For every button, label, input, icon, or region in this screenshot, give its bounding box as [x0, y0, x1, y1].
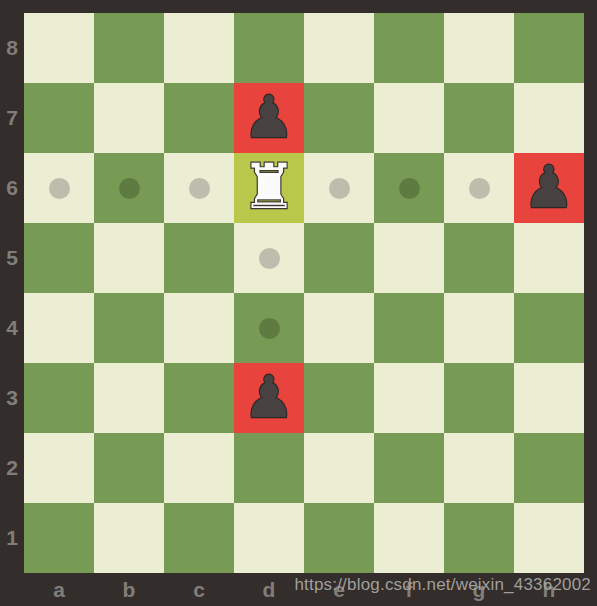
square-a6[interactable] — [24, 153, 94, 223]
move-hint-dot-e6[interactable] — [329, 178, 350, 199]
watermark: https://blog.csdn.net/weixin_43362002 — [294, 575, 591, 595]
move-hint-dot-f6[interactable] — [399, 178, 420, 199]
square-g7[interactable] — [444, 83, 514, 153]
square-f1[interactable] — [374, 503, 444, 573]
square-d8[interactable] — [234, 13, 304, 83]
file-label-a: a — [24, 573, 94, 606]
square-e8[interactable] — [304, 13, 374, 83]
rank-label-8: 8 — [0, 13, 24, 83]
square-c8[interactable] — [164, 13, 234, 83]
square-f7[interactable] — [374, 83, 444, 153]
square-h6[interactable]: ♟ — [514, 153, 584, 223]
square-f4[interactable] — [374, 293, 444, 363]
square-g2[interactable] — [444, 433, 514, 503]
square-h7[interactable] — [514, 83, 584, 153]
square-b8[interactable] — [94, 13, 164, 83]
square-f3[interactable] — [374, 363, 444, 433]
move-hint-dot-d4[interactable] — [259, 318, 280, 339]
square-b5[interactable] — [94, 223, 164, 293]
piece-black-pawn-d7[interactable]: ♟ — [243, 88, 295, 146]
chess-board-frame: 87654321 ♟♜♟♟ abcdefgh https://blog.csdn… — [0, 0, 597, 606]
rank-label-6: 6 — [0, 153, 24, 223]
rank-label-2: 2 — [0, 433, 24, 503]
square-h3[interactable] — [514, 363, 584, 433]
square-c2[interactable] — [164, 433, 234, 503]
piece-black-pawn-d3[interactable]: ♟ — [243, 368, 295, 426]
square-c1[interactable] — [164, 503, 234, 573]
rank-label-4: 4 — [0, 293, 24, 363]
square-d3[interactable]: ♟ — [234, 363, 304, 433]
chess-board[interactable]: ♟♜♟♟ — [24, 13, 584, 573]
move-hint-dot-c6[interactable] — [189, 178, 210, 199]
square-f2[interactable] — [374, 433, 444, 503]
square-h8[interactable] — [514, 13, 584, 83]
square-g3[interactable] — [444, 363, 514, 433]
square-a4[interactable] — [24, 293, 94, 363]
square-b4[interactable] — [94, 293, 164, 363]
rank-label-7: 7 — [0, 83, 24, 153]
square-e4[interactable] — [304, 293, 374, 363]
square-h5[interactable] — [514, 223, 584, 293]
file-label-b: b — [94, 573, 164, 606]
square-d1[interactable] — [234, 503, 304, 573]
square-d7[interactable]: ♟ — [234, 83, 304, 153]
square-e3[interactable] — [304, 363, 374, 433]
square-b2[interactable] — [94, 433, 164, 503]
rank-label-5: 5 — [0, 223, 24, 293]
square-h1[interactable] — [514, 503, 584, 573]
square-e7[interactable] — [304, 83, 374, 153]
square-c3[interactable] — [164, 363, 234, 433]
square-f5[interactable] — [374, 223, 444, 293]
square-a8[interactable] — [24, 13, 94, 83]
square-b6[interactable] — [94, 153, 164, 223]
square-b3[interactable] — [94, 363, 164, 433]
square-d2[interactable] — [234, 433, 304, 503]
square-g4[interactable] — [444, 293, 514, 363]
square-e2[interactable] — [304, 433, 374, 503]
square-a5[interactable] — [24, 223, 94, 293]
square-a2[interactable] — [24, 433, 94, 503]
move-hint-dot-g6[interactable] — [469, 178, 490, 199]
square-d4[interactable] — [234, 293, 304, 363]
square-g8[interactable] — [444, 13, 514, 83]
rank-label-3: 3 — [0, 363, 24, 433]
piece-white-rook-d6[interactable]: ♜ — [241, 156, 297, 218]
square-b1[interactable] — [94, 503, 164, 573]
move-hint-dot-b6[interactable] — [119, 178, 140, 199]
square-e1[interactable] — [304, 503, 374, 573]
square-c7[interactable] — [164, 83, 234, 153]
square-e6[interactable] — [304, 153, 374, 223]
square-f8[interactable] — [374, 13, 444, 83]
square-a1[interactable] — [24, 503, 94, 573]
square-a7[interactable] — [24, 83, 94, 153]
move-hint-dot-a6[interactable] — [49, 178, 70, 199]
square-b7[interactable] — [94, 83, 164, 153]
square-f6[interactable] — [374, 153, 444, 223]
square-c5[interactable] — [164, 223, 234, 293]
square-e5[interactable] — [304, 223, 374, 293]
piece-black-pawn-h6[interactable]: ♟ — [523, 158, 575, 216]
square-c4[interactable] — [164, 293, 234, 363]
move-hint-dot-d5[interactable] — [259, 248, 280, 269]
file-label-c: c — [164, 573, 234, 606]
square-d5[interactable] — [234, 223, 304, 293]
square-c6[interactable] — [164, 153, 234, 223]
square-g6[interactable] — [444, 153, 514, 223]
square-h2[interactable] — [514, 433, 584, 503]
square-g5[interactable] — [444, 223, 514, 293]
square-a3[interactable] — [24, 363, 94, 433]
square-g1[interactable] — [444, 503, 514, 573]
rank-label-1: 1 — [0, 503, 24, 573]
square-d6[interactable]: ♜ — [234, 153, 304, 223]
rank-labels: 87654321 — [0, 13, 24, 573]
square-h4[interactable] — [514, 293, 584, 363]
